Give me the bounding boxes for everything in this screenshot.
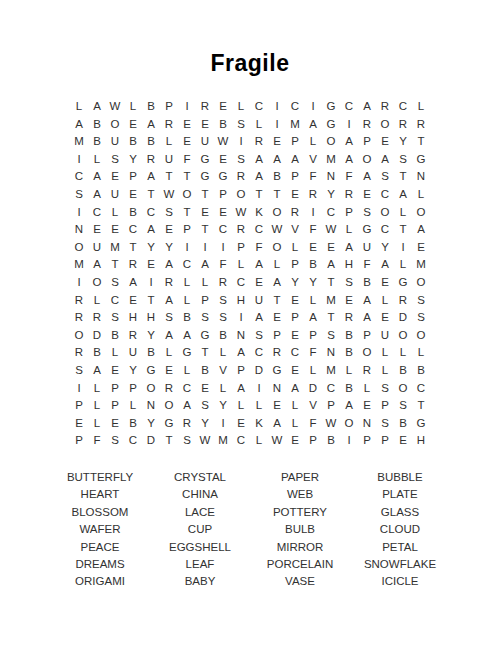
grid-cell: L — [394, 256, 412, 274]
grid-cell: P — [70, 397, 88, 415]
grid-cell: T — [250, 186, 268, 204]
grid-cell: D — [88, 327, 106, 345]
grid-cell: P — [304, 327, 322, 345]
grid-cell: E — [160, 221, 178, 239]
grid-cell: L — [412, 98, 430, 116]
grid-cell: S — [178, 432, 196, 450]
grid-cell: T — [394, 221, 412, 239]
grid-cell: K — [250, 415, 268, 433]
grid-cell: C — [376, 186, 394, 204]
grid-cell: P — [304, 432, 322, 450]
grid-cell: P — [358, 133, 376, 151]
grid-cell: S — [106, 151, 124, 169]
grid-cell: B — [88, 344, 106, 362]
grid-cell: P — [106, 397, 124, 415]
grid-cell: B — [214, 116, 232, 134]
grid-cell: E — [214, 98, 232, 116]
puzzle-page: Fragile LAWLBPIRELCICIGCARCLABOEAREEBSLI… — [0, 0, 500, 647]
grid-cell: N — [142, 397, 160, 415]
grid-cell: E — [106, 415, 124, 433]
grid-cell: A — [286, 380, 304, 398]
grid-cell: P — [376, 432, 394, 450]
grid-cell: G — [394, 274, 412, 292]
grid-cell: I — [304, 98, 322, 116]
grid-cell: M — [322, 292, 340, 310]
word-list-item: CUP — [150, 521, 250, 538]
grid-cell: I — [268, 116, 286, 134]
grid-cell: G — [322, 116, 340, 134]
grid-cell: L — [88, 151, 106, 169]
grid-cell: L — [124, 98, 142, 116]
grid-cell: R — [286, 204, 304, 222]
grid-cell: R — [376, 98, 394, 116]
grid-cell: L — [178, 292, 196, 310]
word-list-item: ORIGAMI — [50, 573, 150, 590]
grid-cell: L — [196, 274, 214, 292]
grid-cell: I — [340, 432, 358, 450]
grid-cell: E — [358, 186, 376, 204]
grid-cell: T — [196, 221, 214, 239]
grid-cell: L — [304, 292, 322, 310]
grid-cell: C — [178, 256, 196, 274]
grid-cell: U — [376, 327, 394, 345]
word-list-item: PETAL — [350, 539, 450, 556]
grid-cell: P — [124, 380, 142, 398]
grid-cell: I — [232, 133, 250, 151]
grid-cell: E — [142, 256, 160, 274]
grid-cell: E — [196, 380, 214, 398]
grid-cell: B — [124, 133, 142, 151]
grid-cell: O — [394, 327, 412, 345]
grid-cell: C — [70, 168, 88, 186]
grid-cell: C — [340, 98, 358, 116]
grid-cell: T — [160, 432, 178, 450]
grid-cell: G — [196, 168, 214, 186]
grid-cell: F — [340, 168, 358, 186]
word-list: BUTTERFLYHEARTBLOSSOMWAFERPEACEDREAMSORI… — [50, 469, 450, 591]
grid-cell: E — [340, 292, 358, 310]
word-list-column: PAPERWEBPOTTERYBULBMIRRORPORCELAINVASE — [250, 469, 350, 591]
grid-cell: E — [124, 292, 142, 310]
grid-cell: E — [124, 186, 142, 204]
grid-cell: Y — [142, 327, 160, 345]
grid-cell: G — [142, 362, 160, 380]
word-list-item: POTTERY — [250, 504, 350, 521]
grid-cell: E — [124, 116, 142, 134]
grid-cell: E — [268, 397, 286, 415]
word-list-item: LEAF — [150, 556, 250, 573]
grid-cell: S — [376, 168, 394, 186]
letter-grid: LAWLBPIRELCICIGCARCLABOEAREEBSLIMAGIRORR… — [70, 98, 430, 450]
grid-cell: A — [340, 133, 358, 151]
grid-cell: A — [160, 292, 178, 310]
grid-cell: A — [250, 309, 268, 327]
grid-cell: R — [358, 362, 376, 380]
grid-cell: S — [160, 204, 178, 222]
grid-cell: C — [142, 204, 160, 222]
grid-cell: R — [268, 344, 286, 362]
grid-cell: P — [232, 239, 250, 257]
grid-cell: E — [214, 204, 232, 222]
grid-cell: D — [250, 362, 268, 380]
grid-cell: C — [322, 380, 340, 398]
grid-cell: R — [214, 274, 232, 292]
word-list-item: BUTTERFLY — [50, 469, 150, 486]
grid-cell: O — [412, 274, 430, 292]
grid-cell: S — [196, 397, 214, 415]
grid-cell: E — [178, 116, 196, 134]
grid-cell: A — [250, 256, 268, 274]
grid-cell: I — [178, 98, 196, 116]
grid-cell: M — [322, 151, 340, 169]
grid-cell: L — [250, 397, 268, 415]
grid-cell: R — [196, 98, 214, 116]
grid-cell: S — [232, 151, 250, 169]
grid-cell: S — [70, 186, 88, 204]
grid-cell: T — [196, 186, 214, 204]
grid-cell: R — [142, 151, 160, 169]
grid-cell: R — [412, 116, 430, 134]
grid-cell: A — [178, 327, 196, 345]
grid-cell: L — [214, 344, 232, 362]
grid-cell: L — [340, 362, 358, 380]
grid-cell: R — [88, 309, 106, 327]
grid-cell: N — [322, 344, 340, 362]
grid-cell: M — [412, 256, 430, 274]
grid-cell: E — [232, 415, 250, 433]
grid-cell: E — [268, 133, 286, 151]
grid-cell: B — [268, 168, 286, 186]
grid-cell: P — [124, 168, 142, 186]
grid-cell: A — [376, 151, 394, 169]
grid-cell: A — [250, 168, 268, 186]
grid-cell: R — [178, 415, 196, 433]
grid-cell: R — [232, 221, 250, 239]
grid-cell: G — [412, 415, 430, 433]
word-list-item: PORCELAIN — [250, 556, 350, 573]
word-list-item: PAPER — [250, 469, 350, 486]
grid-cell: P — [70, 432, 88, 450]
grid-cell: N — [268, 380, 286, 398]
grid-cell: S — [412, 292, 430, 310]
grid-cell: Y — [124, 151, 142, 169]
grid-cell: O — [178, 186, 196, 204]
grid-cell: C — [232, 432, 250, 450]
grid-cell: F — [304, 168, 322, 186]
grid-cell: E — [160, 362, 178, 380]
grid-cell: C — [124, 221, 142, 239]
grid-cell: L — [70, 98, 88, 116]
grid-cell: U — [358, 239, 376, 257]
word-list-item: CLOUD — [350, 521, 450, 538]
grid-cell: O — [358, 151, 376, 169]
grid-cell: I — [214, 239, 232, 257]
grid-cell: E — [106, 168, 124, 186]
grid-cell: E — [394, 432, 412, 450]
grid-cell: A — [142, 116, 160, 134]
grid-cell: A — [304, 116, 322, 134]
grid-cell: E — [286, 432, 304, 450]
grid-cell: L — [376, 362, 394, 380]
grid-cell: E — [322, 239, 340, 257]
grid-cell: R — [70, 309, 88, 327]
grid-cell: N — [322, 168, 340, 186]
grid-cell: M — [106, 239, 124, 257]
grid-cell: B — [124, 415, 142, 433]
grid-cell: G — [196, 151, 214, 169]
grid-cell: D — [394, 309, 412, 327]
grid-cell: O — [412, 204, 430, 222]
grid-cell: F — [304, 344, 322, 362]
grid-cell: B — [394, 362, 412, 380]
word-list-column: CRYSTALCHINALACECUPEGGSHELLLEAFBABY — [150, 469, 250, 591]
grid-cell: I — [304, 204, 322, 222]
grid-cell: I — [70, 274, 88, 292]
grid-cell: P — [340, 204, 358, 222]
grid-cell: E — [376, 309, 394, 327]
grid-cell: L — [160, 344, 178, 362]
grid-cell: B — [196, 362, 214, 380]
word-list-item: VASE — [250, 573, 350, 590]
word-list-item: HEART — [50, 486, 150, 503]
grid-cell: I — [196, 239, 214, 257]
grid-cell: A — [178, 397, 196, 415]
grid-cell: P — [376, 397, 394, 415]
grid-cell: Y — [142, 415, 160, 433]
grid-cell: S — [214, 309, 232, 327]
grid-cell: L — [88, 292, 106, 310]
grid-cell: L — [412, 186, 430, 204]
grid-cell: O — [142, 380, 160, 398]
grid-cell: T — [322, 309, 340, 327]
grid-cell: Y — [376, 239, 394, 257]
grid-cell: U — [196, 133, 214, 151]
grid-cell: L — [124, 397, 142, 415]
grid-cell: P — [196, 292, 214, 310]
grid-cell: A — [88, 186, 106, 204]
grid-cell: S — [394, 151, 412, 169]
grid-cell: R — [340, 309, 358, 327]
grid-cell: O — [232, 186, 250, 204]
grid-cell: C — [376, 221, 394, 239]
grid-cell: E — [286, 362, 304, 380]
grid-cell: U — [250, 292, 268, 310]
grid-cell: L — [286, 239, 304, 257]
grid-cell: M — [214, 432, 232, 450]
grid-cell: P — [232, 362, 250, 380]
grid-cell: R — [70, 344, 88, 362]
word-list-item: BLOSSOM — [50, 504, 150, 521]
grid-cell: G — [412, 151, 430, 169]
grid-cell: R — [160, 274, 178, 292]
grid-cell: C — [124, 432, 142, 450]
grid-cell: E — [286, 186, 304, 204]
grid-cell: L — [268, 256, 286, 274]
grid-cell: L — [358, 380, 376, 398]
grid-cell: A — [124, 274, 142, 292]
grid-cell: B — [304, 256, 322, 274]
grid-cell: B — [142, 98, 160, 116]
grid-cell: C — [412, 380, 430, 398]
grid-cell: P — [322, 397, 340, 415]
grid-cell: G — [196, 327, 214, 345]
grid-cell: R — [70, 292, 88, 310]
grid-cell: G — [214, 168, 232, 186]
grid-cell: T — [106, 256, 124, 274]
grid-cell: W — [322, 415, 340, 433]
grid-cell: D — [304, 380, 322, 398]
grid-cell: B — [124, 204, 142, 222]
word-list-item: LACE — [150, 504, 250, 521]
grid-cell: O — [160, 397, 178, 415]
word-list-item: GLASS — [350, 504, 450, 521]
grid-cell: O — [70, 327, 88, 345]
grid-cell: B — [340, 327, 358, 345]
grid-cell: E — [106, 221, 124, 239]
grid-cell: L — [232, 98, 250, 116]
grid-cell: L — [304, 133, 322, 151]
grid-cell: M — [322, 362, 340, 380]
grid-cell: S — [232, 116, 250, 134]
grid-cell: L — [232, 397, 250, 415]
grid-cell: T — [268, 292, 286, 310]
grid-cell: I — [70, 151, 88, 169]
grid-cell: R — [160, 116, 178, 134]
word-list-item: CHINA — [150, 486, 250, 503]
grid-cell: I — [70, 380, 88, 398]
grid-cell: A — [142, 168, 160, 186]
grid-cell: V — [304, 397, 322, 415]
grid-cell: A — [160, 256, 178, 274]
grid-cell: P — [286, 168, 304, 186]
grid-cell: C — [286, 344, 304, 362]
grid-cell: A — [340, 239, 358, 257]
grid-cell: B — [340, 344, 358, 362]
grid-cell: S — [358, 204, 376, 222]
grid-cell: C — [232, 274, 250, 292]
grid-cell: C — [88, 204, 106, 222]
grid-cell: V — [286, 221, 304, 239]
grid-cell: W — [196, 432, 214, 450]
grid-cell: B — [88, 116, 106, 134]
word-list-item: WEB — [250, 486, 350, 503]
grid-cell: W — [106, 98, 124, 116]
grid-cell: A — [376, 256, 394, 274]
grid-cell: O — [322, 133, 340, 151]
grid-cell: A — [340, 397, 358, 415]
grid-cell: B — [106, 327, 124, 345]
grid-cell: T — [124, 239, 142, 257]
grid-cell: U — [88, 239, 106, 257]
grid-cell: U — [124, 344, 142, 362]
grid-cell: B — [412, 362, 430, 380]
grid-cell: E — [196, 116, 214, 134]
grid-cell: O — [106, 116, 124, 134]
grid-cell: U — [106, 133, 124, 151]
grid-cell: T — [322, 274, 340, 292]
grid-cell: F — [304, 221, 322, 239]
grid-cell: E — [196, 204, 214, 222]
grid-cell: P — [358, 327, 376, 345]
grid-cell: W — [160, 186, 178, 204]
grid-cell: T — [412, 397, 430, 415]
grid-cell: L — [232, 256, 250, 274]
grid-cell: L — [376, 292, 394, 310]
grid-cell: A — [322, 256, 340, 274]
grid-cell: B — [142, 133, 160, 151]
grid-cell: S — [250, 327, 268, 345]
grid-cell: S — [70, 362, 88, 380]
grid-cell: L — [88, 397, 106, 415]
grid-cell: A — [268, 415, 286, 433]
grid-cell: L — [412, 344, 430, 362]
word-list-item: ICICLE — [350, 573, 450, 590]
grid-cell: A — [268, 151, 286, 169]
grid-cell: Y — [322, 186, 340, 204]
grid-cell: H — [340, 256, 358, 274]
grid-cell: S — [106, 309, 124, 327]
grid-cell: B — [178, 309, 196, 327]
grid-cell: T — [178, 168, 196, 186]
grid-cell: T — [142, 186, 160, 204]
grid-cell: L — [286, 397, 304, 415]
grid-cell: R — [124, 327, 142, 345]
grid-cell: A — [358, 309, 376, 327]
grid-cell: L — [250, 432, 268, 450]
grid-cell: A — [250, 151, 268, 169]
grid-cell: G — [358, 221, 376, 239]
grid-cell: A — [70, 116, 88, 134]
grid-cell: A — [340, 151, 358, 169]
grid-cell: L — [304, 362, 322, 380]
grid-cell: T — [268, 186, 286, 204]
grid-cell: P — [286, 256, 304, 274]
grid-cell: C — [394, 98, 412, 116]
grid-cell: A — [304, 309, 322, 327]
grid-cell: I — [70, 204, 88, 222]
grid-cell: P — [286, 309, 304, 327]
grid-cell: N — [358, 415, 376, 433]
grid-cell: R — [250, 133, 268, 151]
grid-cell: H — [124, 309, 142, 327]
grid-cell: F — [250, 239, 268, 257]
grid-cell: G — [178, 344, 196, 362]
grid-cell: H — [232, 292, 250, 310]
grid-cell: N — [70, 221, 88, 239]
grid-cell: C — [250, 344, 268, 362]
word-list-item: BUBBLE — [350, 469, 450, 486]
grid-cell: C — [322, 204, 340, 222]
grid-cell: A — [142, 221, 160, 239]
grid-cell: S — [412, 309, 430, 327]
grid-cell: L — [178, 274, 196, 292]
grid-cell: Y — [304, 274, 322, 292]
grid-cell: E — [412, 239, 430, 257]
grid-cell: N — [232, 327, 250, 345]
grid-cell: I — [340, 116, 358, 134]
grid-cell: L — [106, 344, 124, 362]
grid-cell: L — [160, 133, 178, 151]
grid-cell: T — [394, 168, 412, 186]
grid-cell: S — [214, 292, 232, 310]
word-list-item: CRYSTAL — [150, 469, 250, 486]
grid-cell: W — [322, 221, 340, 239]
grid-cell: T — [160, 168, 178, 186]
grid-cell: L — [178, 362, 196, 380]
grid-cell: G — [268, 362, 286, 380]
grid-cell: R — [394, 292, 412, 310]
grid-cell: L — [340, 221, 358, 239]
